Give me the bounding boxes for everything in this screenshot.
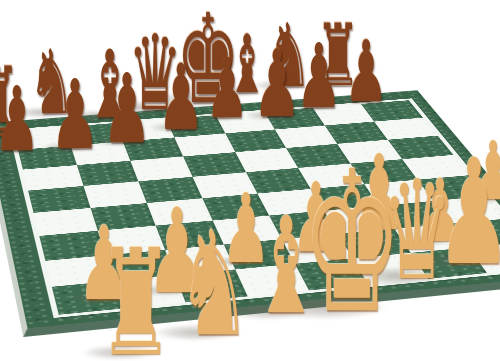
pieces-layer: ♜♞♝♟♚♟♛♞♟♝♟♟♜♟♟♟♟♟♟♟♟♟♛♟♟♚♝♞♜ — [0, 0, 500, 361]
photo-stage: ♜♞♝♟♚♟♛♞♟♝♟♟♜♟♟♟♟♟♟♟♟♟♛♟♟♚♝♞♜ — [0, 0, 500, 361]
piece-light-rook: ♜ — [70, 230, 202, 361]
piece-dark-pawn: ♟ — [0, 75, 57, 164]
